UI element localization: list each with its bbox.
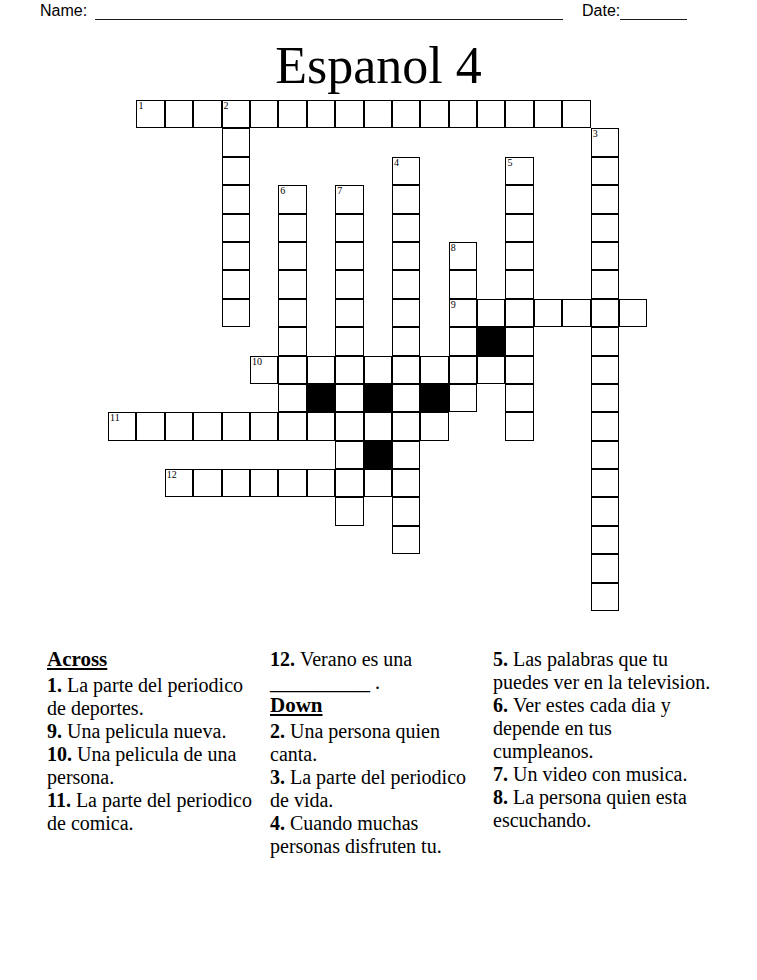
- clue-column-across: Across1. La parte del periodico de depor…: [47, 648, 265, 835]
- empty-space: [534, 327, 562, 355]
- empty-space: [278, 554, 306, 582]
- empty-space: [165, 270, 193, 298]
- grid-cell[interactable]: [392, 356, 420, 384]
- empty-space: [193, 242, 221, 270]
- empty-space: [278, 497, 306, 525]
- grid-cell[interactable]: [591, 157, 619, 185]
- empty-space: [505, 554, 533, 582]
- empty-space: [477, 554, 505, 582]
- empty-space: [562, 441, 590, 469]
- empty-space: [108, 583, 136, 611]
- empty-space: [420, 526, 448, 554]
- grid-cell[interactable]: [278, 327, 306, 355]
- grid-cell[interactable]: [222, 299, 250, 327]
- grid-cell[interactable]: 7: [335, 185, 363, 213]
- empty-space: [108, 327, 136, 355]
- empty-space: [619, 526, 647, 554]
- empty-space: [222, 554, 250, 582]
- empty-space: [108, 554, 136, 582]
- grid-cell[interactable]: [591, 384, 619, 412]
- grid-cell[interactable]: [392, 412, 420, 440]
- empty-space: [420, 270, 448, 298]
- empty-space: [562, 412, 590, 440]
- empty-space: [165, 242, 193, 270]
- empty-space: [619, 128, 647, 156]
- empty-space: [136, 497, 164, 525]
- grid-cell[interactable]: [591, 356, 619, 384]
- clue-number: 6.: [493, 694, 513, 716]
- grid-cell[interactable]: 1: [136, 100, 164, 128]
- black-cell: [307, 384, 335, 412]
- empty-space: [307, 327, 335, 355]
- grid-cell[interactable]: [222, 128, 250, 156]
- grid-cell[interactable]: 11: [108, 412, 136, 440]
- grid-cell[interactable]: [591, 327, 619, 355]
- empty-space: [307, 497, 335, 525]
- grid-cell[interactable]: [364, 412, 392, 440]
- empty-space: [619, 327, 647, 355]
- grid-cell[interactable]: [392, 242, 420, 270]
- grid-cell[interactable]: [278, 242, 306, 270]
- empty-space: [477, 583, 505, 611]
- empty-space: [108, 526, 136, 554]
- empty-space: [307, 554, 335, 582]
- empty-space: [193, 185, 221, 213]
- empty-space: [250, 554, 278, 582]
- empty-space: [222, 384, 250, 412]
- grid-cell[interactable]: [591, 185, 619, 213]
- empty-space: [477, 412, 505, 440]
- empty-space: [562, 157, 590, 185]
- name-blank-line[interactable]: [95, 1, 563, 20]
- empty-space: [250, 384, 278, 412]
- empty-space: [420, 583, 448, 611]
- empty-space: [562, 270, 590, 298]
- empty-space: [420, 214, 448, 242]
- grid-cell[interactable]: [307, 412, 335, 440]
- grid-cell[interactable]: [335, 214, 363, 242]
- empty-space: [250, 526, 278, 554]
- grid-cell[interactable]: [534, 299, 562, 327]
- grid-cell[interactable]: [392, 214, 420, 242]
- grid-cell[interactable]: [591, 412, 619, 440]
- grid-cell[interactable]: [335, 242, 363, 270]
- empty-space: [193, 554, 221, 582]
- empty-space: [307, 270, 335, 298]
- grid-cell[interactable]: [562, 299, 590, 327]
- grid-cell[interactable]: [335, 100, 363, 128]
- clue-item: 2. Una persona quien canta.: [270, 720, 488, 766]
- grid-cell[interactable]: [392, 497, 420, 525]
- empty-space: [250, 128, 278, 156]
- cell-number: 7: [337, 185, 342, 197]
- grid-cell[interactable]: [505, 356, 533, 384]
- grid-cell[interactable]: [193, 469, 221, 497]
- across-heading: Across: [47, 648, 265, 671]
- empty-space: [534, 554, 562, 582]
- empty-space: [193, 526, 221, 554]
- date-label: Date:: [582, 2, 620, 20]
- empty-space: [449, 583, 477, 611]
- empty-space: [477, 185, 505, 213]
- empty-space: [165, 356, 193, 384]
- empty-space: [307, 526, 335, 554]
- empty-space: [449, 469, 477, 497]
- grid-cell[interactable]: [307, 469, 335, 497]
- grid-cell[interactable]: [562, 100, 590, 128]
- empty-space: [449, 441, 477, 469]
- empty-space: [307, 157, 335, 185]
- empty-space: [136, 128, 164, 156]
- grid-cell[interactable]: [591, 526, 619, 554]
- grid-cell[interactable]: [278, 412, 306, 440]
- grid-cell[interactable]: [591, 242, 619, 270]
- grid-cell[interactable]: [364, 356, 392, 384]
- empty-space: [449, 497, 477, 525]
- grid-cell[interactable]: [250, 469, 278, 497]
- grid-cell[interactable]: [477, 299, 505, 327]
- grid-cell[interactable]: [278, 270, 306, 298]
- empty-space: [477, 128, 505, 156]
- empty-space: [108, 497, 136, 525]
- empty-space: [619, 412, 647, 440]
- empty-space: [534, 128, 562, 156]
- grid-cell[interactable]: 10: [250, 356, 278, 384]
- grid-cell[interactable]: [591, 554, 619, 582]
- grid-cell[interactable]: [449, 270, 477, 298]
- empty-space: [307, 242, 335, 270]
- empty-space: [534, 583, 562, 611]
- empty-space: [108, 441, 136, 469]
- grid-cell[interactable]: 3: [591, 128, 619, 156]
- grid-cell[interactable]: [193, 100, 221, 128]
- grid-cell[interactable]: [591, 441, 619, 469]
- empty-space: [165, 554, 193, 582]
- empty-space: [307, 214, 335, 242]
- grid-cell[interactable]: [420, 100, 448, 128]
- grid-cell[interactable]: [335, 327, 363, 355]
- empty-space: [420, 299, 448, 327]
- clue-item: 10. Una pelicula de una persona.: [47, 743, 265, 789]
- empty-space: [534, 469, 562, 497]
- grid-cell[interactable]: [250, 412, 278, 440]
- empty-space: [165, 299, 193, 327]
- empty-space: [449, 185, 477, 213]
- grid-cell[interactable]: [335, 497, 363, 525]
- empty-space: [136, 270, 164, 298]
- grid-cell[interactable]: [278, 214, 306, 242]
- empty-space: [108, 356, 136, 384]
- grid-cell[interactable]: [449, 327, 477, 355]
- empty-space: [222, 441, 250, 469]
- empty-space: [278, 128, 306, 156]
- empty-space: [250, 441, 278, 469]
- grid-cell[interactable]: [420, 356, 448, 384]
- grid-cell[interactable]: [136, 412, 164, 440]
- clue-number: 5.: [493, 648, 513, 670]
- grid-cell[interactable]: [505, 214, 533, 242]
- empty-space: [392, 583, 420, 611]
- grid-cell[interactable]: [335, 299, 363, 327]
- empty-space: [136, 384, 164, 412]
- grid-cell[interactable]: [477, 356, 505, 384]
- empty-space: [136, 327, 164, 355]
- clue-number: 10.: [47, 743, 77, 765]
- empty-space: [278, 441, 306, 469]
- grid-cell[interactable]: [591, 270, 619, 298]
- grid-cell[interactable]: [591, 497, 619, 525]
- clue-item: 5. Las palabras que tu puedes ver en la …: [493, 648, 711, 694]
- empty-space: [619, 469, 647, 497]
- empty-space: [477, 242, 505, 270]
- grid-cell[interactable]: [534, 100, 562, 128]
- empty-space: [335, 128, 363, 156]
- grid-cell[interactable]: [222, 412, 250, 440]
- grid-cell[interactable]: [278, 469, 306, 497]
- black-cell: [477, 327, 505, 355]
- empty-space: [136, 185, 164, 213]
- clue-item: 7. Un video con musica.: [493, 763, 711, 786]
- grid-cell[interactable]: [505, 185, 533, 213]
- empty-space: [562, 526, 590, 554]
- empty-space: [505, 583, 533, 611]
- empty-space: [562, 128, 590, 156]
- grid-cell[interactable]: [364, 469, 392, 497]
- empty-space: [477, 441, 505, 469]
- empty-space: [364, 583, 392, 611]
- empty-space: [136, 583, 164, 611]
- empty-space: [165, 185, 193, 213]
- empty-space: [534, 384, 562, 412]
- empty-space: [222, 526, 250, 554]
- grid-cell[interactable]: 9: [449, 299, 477, 327]
- cell-number: 6: [280, 185, 285, 197]
- clue-number: 1.: [47, 674, 67, 696]
- empty-space: [193, 384, 221, 412]
- empty-space: [307, 185, 335, 213]
- grid-cell[interactable]: [392, 100, 420, 128]
- grid-cell[interactable]: [392, 185, 420, 213]
- grid-cell[interactable]: [619, 299, 647, 327]
- empty-space: [108, 185, 136, 213]
- grid-cell[interactable]: [392, 327, 420, 355]
- empty-space: [477, 270, 505, 298]
- grid-cell[interactable]: [392, 441, 420, 469]
- grid-cell[interactable]: [222, 214, 250, 242]
- empty-space: [165, 441, 193, 469]
- empty-space: [250, 583, 278, 611]
- cell-number: 9: [451, 299, 456, 311]
- clue-column-down: 5. Las palabras que tu puedes ver en la …: [493, 648, 711, 832]
- grid-cell[interactable]: [449, 384, 477, 412]
- grid-cell[interactable]: 8: [449, 242, 477, 270]
- empty-space: [193, 299, 221, 327]
- grid-cell[interactable]: [449, 100, 477, 128]
- empty-space: [505, 497, 533, 525]
- empty-space: [420, 157, 448, 185]
- empty-space: [108, 157, 136, 185]
- empty-space: [193, 270, 221, 298]
- clue-item: 4. Cuando muchas personas disfruten tu.: [270, 812, 488, 858]
- worksheet-header: Name: Date:: [0, 0, 757, 26]
- empty-space: [165, 157, 193, 185]
- grid-cell[interactable]: [505, 327, 533, 355]
- empty-space: [477, 469, 505, 497]
- date-blank-line[interactable]: [620, 1, 687, 20]
- grid-cell[interactable]: [165, 100, 193, 128]
- empty-space: [534, 214, 562, 242]
- grid-cell[interactable]: [591, 469, 619, 497]
- empty-space: [619, 583, 647, 611]
- empty-space: [136, 526, 164, 554]
- empty-space: [193, 214, 221, 242]
- empty-space: [619, 100, 647, 128]
- grid-cell[interactable]: [505, 100, 533, 128]
- grid-cell[interactable]: [420, 412, 448, 440]
- empty-space: [193, 497, 221, 525]
- empty-space: [307, 128, 335, 156]
- empty-space: [534, 270, 562, 298]
- empty-space: [136, 299, 164, 327]
- empty-space: [136, 356, 164, 384]
- grid-cell[interactable]: [392, 526, 420, 554]
- grid-cell[interactable]: [278, 299, 306, 327]
- grid-cell[interactable]: 2: [222, 100, 250, 128]
- grid-cell[interactable]: [392, 384, 420, 412]
- grid-cell[interactable]: [278, 356, 306, 384]
- empty-space: [307, 441, 335, 469]
- empty-space: [477, 214, 505, 242]
- empty-space: [420, 441, 448, 469]
- cell-number: 4: [394, 157, 399, 169]
- cell-number: 2: [224, 100, 229, 112]
- empty-space: [562, 583, 590, 611]
- grid-cell[interactable]: 4: [392, 157, 420, 185]
- grid-cell[interactable]: [505, 384, 533, 412]
- grid-cell[interactable]: [505, 299, 533, 327]
- empty-space: [619, 356, 647, 384]
- empty-space: [534, 412, 562, 440]
- empty-space: [222, 497, 250, 525]
- grid-cell[interactable]: [392, 299, 420, 327]
- grid-cell[interactable]: [392, 270, 420, 298]
- clue-item: 3. La parte del periodico de vida.: [270, 766, 488, 812]
- empty-space: [364, 128, 392, 156]
- empty-space: [108, 214, 136, 242]
- grid-cell[interactable]: [193, 412, 221, 440]
- grid-cell[interactable]: [591, 299, 619, 327]
- black-cell: [364, 441, 392, 469]
- empty-space: [193, 128, 221, 156]
- grid-cell[interactable]: [335, 412, 363, 440]
- grid-cell[interactable]: [505, 242, 533, 270]
- empty-space: [619, 497, 647, 525]
- empty-space: [619, 554, 647, 582]
- grid-cell[interactable]: [335, 469, 363, 497]
- grid-cell[interactable]: [335, 356, 363, 384]
- empty-space: [619, 185, 647, 213]
- empty-space: [250, 327, 278, 355]
- empty-space: [449, 128, 477, 156]
- empty-space: [165, 497, 193, 525]
- empty-space: [477, 384, 505, 412]
- empty-space: [477, 497, 505, 525]
- grid-cell[interactable]: [335, 384, 363, 412]
- clue-number: 8.: [493, 786, 513, 808]
- empty-space: [364, 157, 392, 185]
- grid-cell[interactable]: [278, 100, 306, 128]
- cell-number: 5: [507, 157, 512, 169]
- clue-item: 9. Una pelicula nueva.: [47, 720, 265, 743]
- empty-space: [136, 441, 164, 469]
- grid-cell[interactable]: [250, 100, 278, 128]
- empty-space: [505, 526, 533, 554]
- grid-cell[interactable]: [307, 356, 335, 384]
- grid-cell[interactable]: [222, 469, 250, 497]
- empty-space: [364, 327, 392, 355]
- name-label: Name:: [40, 2, 87, 20]
- grid-cell[interactable]: [364, 100, 392, 128]
- empty-space: [364, 242, 392, 270]
- grid-cell[interactable]: [222, 270, 250, 298]
- empty-space: [193, 157, 221, 185]
- empty-space: [108, 242, 136, 270]
- empty-space: [534, 242, 562, 270]
- black-cell: [364, 384, 392, 412]
- empty-space: [562, 242, 590, 270]
- empty-space: [619, 214, 647, 242]
- grid-cell[interactable]: [222, 185, 250, 213]
- grid-cell[interactable]: [222, 242, 250, 270]
- empty-space: [222, 583, 250, 611]
- empty-space: [420, 128, 448, 156]
- grid-cell[interactable]: [477, 100, 505, 128]
- grid-cell[interactable]: [335, 441, 363, 469]
- empty-space: [165, 214, 193, 242]
- grid-cell[interactable]: [449, 356, 477, 384]
- grid-cell[interactable]: 6: [278, 185, 306, 213]
- empty-space: [534, 157, 562, 185]
- empty-space: [335, 526, 363, 554]
- empty-space: [278, 157, 306, 185]
- empty-space: [449, 412, 477, 440]
- grid-cell[interactable]: 12: [165, 469, 193, 497]
- empty-space: [420, 242, 448, 270]
- empty-space: [534, 526, 562, 554]
- grid-cell[interactable]: [222, 157, 250, 185]
- empty-space: [136, 242, 164, 270]
- grid-cell[interactable]: [505, 412, 533, 440]
- grid-cell[interactable]: [278, 384, 306, 412]
- empty-space: [222, 356, 250, 384]
- grid-cell[interactable]: [165, 412, 193, 440]
- empty-space: [619, 384, 647, 412]
- grid-cell[interactable]: [307, 100, 335, 128]
- empty-space: [250, 157, 278, 185]
- grid-cell[interactable]: [335, 270, 363, 298]
- grid-cell[interactable]: 5: [505, 157, 533, 185]
- empty-space: [534, 497, 562, 525]
- empty-space: [250, 242, 278, 270]
- empty-space: [420, 497, 448, 525]
- grid-cell[interactable]: [591, 214, 619, 242]
- grid-cell[interactable]: [392, 469, 420, 497]
- clue-item: 8. La persona quien esta escuchando.: [493, 786, 711, 832]
- grid-cell[interactable]: [591, 583, 619, 611]
- grid-cell[interactable]: [505, 270, 533, 298]
- down-heading: Down: [270, 694, 488, 717]
- empty-space: [534, 356, 562, 384]
